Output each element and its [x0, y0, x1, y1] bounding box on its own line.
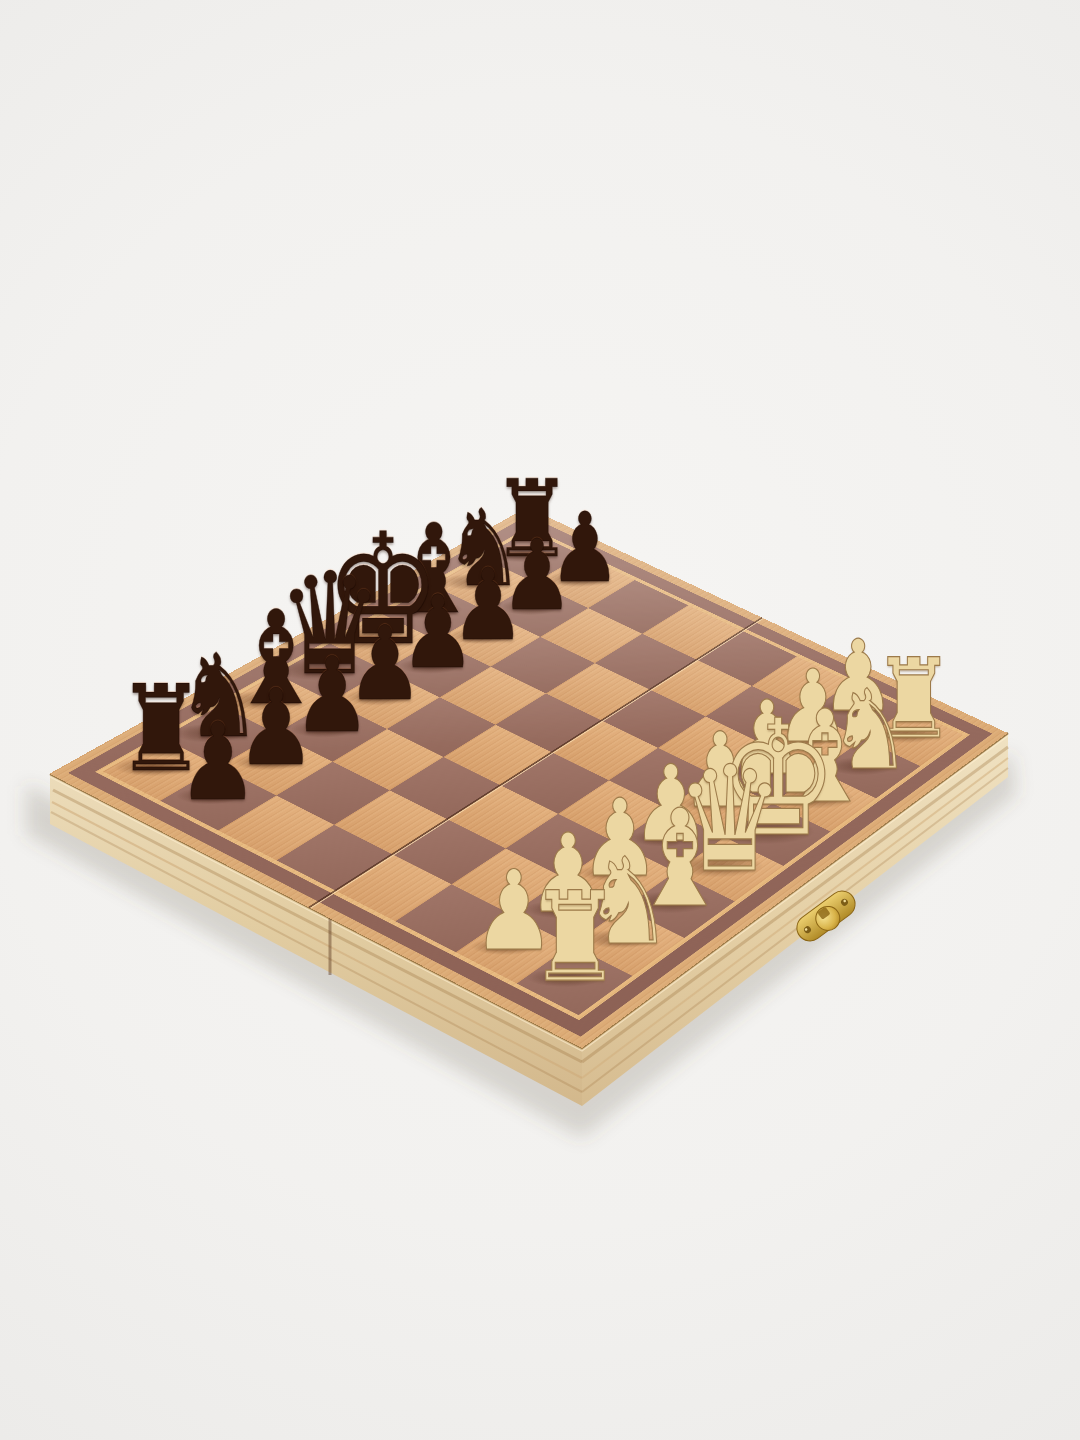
- piece-white-rook-a1: ♜: [528, 876, 621, 1000]
- piece-black-pawn-a7: ♟: [178, 708, 259, 815]
- product-photo-scene: ♜♞♝♛♚♝♞♜♟♟♟♟♟♟♟♟♟♟♟♟♟♟♟♟♜♞♝♛♚♝♞♜: [0, 0, 1080, 1440]
